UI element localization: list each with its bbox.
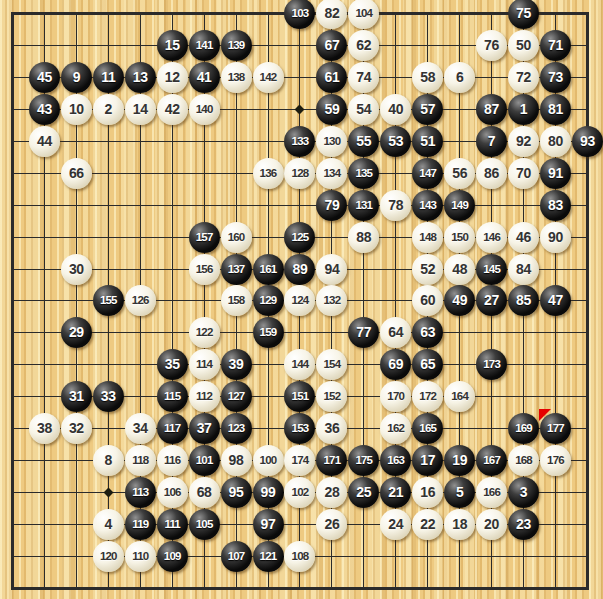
move-number: 26 — [324, 509, 339, 540]
move-number: 117 — [164, 413, 180, 444]
move-number: 94 — [324, 254, 339, 285]
stone-white-16: 16 — [412, 477, 443, 508]
stone-black-157: 157 — [189, 222, 220, 253]
stone-white-82: 82 — [316, 0, 347, 29]
move-number: 158 — [228, 285, 245, 316]
move-number: 98 — [229, 445, 244, 476]
move-number: 44 — [37, 126, 52, 157]
stone-white-46: 46 — [508, 222, 539, 253]
move-number: 47 — [548, 285, 563, 316]
stone-black-71: 71 — [540, 30, 571, 61]
stone-white-158: 158 — [221, 285, 252, 316]
move-number: 95 — [229, 477, 244, 508]
stone-black-67: 67 — [316, 30, 347, 61]
move-number: 62 — [356, 30, 371, 61]
move-number: 71 — [548, 30, 563, 61]
move-number: 63 — [420, 317, 435, 348]
move-number: 147 — [419, 158, 436, 189]
stone-black-55: 55 — [348, 126, 379, 157]
move-number: 24 — [388, 509, 403, 540]
move-number: 146 — [483, 222, 500, 253]
move-number: 76 — [484, 30, 499, 61]
stone-white-140: 140 — [189, 94, 220, 125]
move-number: 91 — [548, 158, 563, 189]
move-number: 129 — [260, 285, 277, 316]
stone-white-20: 20 — [476, 509, 507, 540]
stone-black-73: 73 — [540, 62, 571, 93]
move-number: 67 — [324, 30, 339, 61]
stone-black-53: 53 — [380, 126, 411, 157]
stone-white-168: 168 — [508, 445, 539, 476]
stone-black-1: 1 — [508, 94, 539, 125]
stone-white-94: 94 — [316, 254, 347, 285]
stone-white-4: 4 — [93, 509, 124, 540]
stone-black-137: 137 — [221, 254, 252, 285]
move-number: 151 — [292, 381, 309, 412]
move-number: 66 — [69, 158, 84, 189]
move-number: 13 — [133, 62, 148, 93]
move-number: 176 — [547, 445, 564, 476]
move-number: 74 — [356, 62, 371, 93]
stone-black-23: 23 — [508, 509, 539, 540]
move-number: 56 — [452, 158, 467, 189]
move-number: 86 — [484, 158, 499, 189]
move-number: 69 — [388, 349, 403, 380]
stone-black-135: 135 — [348, 158, 379, 189]
stone-white-148: 148 — [412, 222, 443, 253]
stone-black-19: 19 — [444, 445, 475, 476]
go-board: 1038210475151411396762765071459111312411… — [0, 0, 603, 599]
stone-black-85: 85 — [508, 285, 539, 316]
stone-black-25: 25 — [348, 477, 379, 508]
stone-white-30: 30 — [61, 254, 92, 285]
move-number: 157 — [196, 222, 213, 253]
move-number: 106 — [164, 477, 181, 508]
stone-white-58: 58 — [412, 62, 443, 93]
move-number: 17 — [420, 445, 435, 476]
stone-black-79: 79 — [316, 190, 347, 221]
stone-black-5: 5 — [444, 477, 475, 508]
move-number: 93 — [580, 126, 595, 157]
stone-white-160: 160 — [221, 222, 252, 253]
stone-white-166: 166 — [476, 477, 507, 508]
stone-white-172: 172 — [412, 381, 443, 412]
move-number: 27 — [484, 285, 499, 316]
stone-black-151: 151 — [284, 381, 315, 412]
move-number: 114 — [196, 349, 212, 380]
stone-white-26: 26 — [316, 509, 347, 540]
move-number: 87 — [484, 94, 499, 125]
move-number: 160 — [228, 222, 245, 253]
move-number: 61 — [324, 62, 339, 93]
stone-white-66: 66 — [61, 158, 92, 189]
move-number: 113 — [132, 477, 148, 508]
stone-black-113: 113 — [125, 477, 156, 508]
move-number: 77 — [356, 317, 371, 348]
move-number: 30 — [69, 254, 84, 285]
move-number: 79 — [324, 190, 339, 221]
stone-white-40: 40 — [380, 94, 411, 125]
move-number: 48 — [452, 254, 467, 285]
stone-black-139: 139 — [221, 30, 252, 61]
stone-black-163: 163 — [380, 445, 411, 476]
move-number: 166 — [483, 477, 500, 508]
move-number: 112 — [196, 381, 212, 412]
stone-white-56: 56 — [444, 158, 475, 189]
move-number: 54 — [356, 94, 371, 125]
stone-black-101: 101 — [189, 445, 220, 476]
move-number: 103 — [292, 0, 309, 29]
stone-black-149: 149 — [444, 190, 475, 221]
move-number: 58 — [420, 62, 435, 93]
stone-black-51: 51 — [412, 126, 443, 157]
stone-black-17: 17 — [412, 445, 443, 476]
stone-white-70: 70 — [508, 158, 539, 189]
stone-black-111: 111 — [157, 509, 188, 540]
stone-white-114: 114 — [189, 349, 220, 380]
move-number: 156 — [196, 254, 213, 285]
move-number: 46 — [516, 222, 531, 253]
move-number: 53 — [388, 126, 403, 157]
move-number: 154 — [323, 349, 340, 380]
move-number: 108 — [292, 541, 309, 572]
stone-black-107: 107 — [221, 541, 252, 572]
stone-black-131: 131 — [348, 190, 379, 221]
stone-white-48: 48 — [444, 254, 475, 285]
stone-white-76: 76 — [476, 30, 507, 61]
stone-black-159: 159 — [253, 317, 284, 348]
stone-black-27: 27 — [476, 285, 507, 316]
move-number: 83 — [548, 190, 563, 221]
move-number: 152 — [323, 381, 340, 412]
move-number: 97 — [261, 509, 276, 540]
move-number: 51 — [420, 126, 435, 157]
stone-black-97: 97 — [253, 509, 284, 540]
stone-white-138: 138 — [221, 62, 252, 93]
grid-line-horizontal — [11, 332, 589, 333]
stone-white-142: 142 — [253, 62, 284, 93]
move-number: 16 — [420, 477, 435, 508]
stone-white-176: 176 — [540, 445, 571, 476]
move-number: 35 — [165, 349, 180, 380]
move-number: 19 — [452, 445, 467, 476]
stone-white-122: 122 — [189, 317, 220, 348]
move-number: 145 — [483, 254, 500, 285]
move-number: 165 — [419, 413, 436, 444]
move-number: 143 — [419, 190, 436, 221]
stone-white-92: 92 — [508, 126, 539, 157]
stone-white-156: 156 — [189, 254, 220, 285]
move-number: 142 — [260, 62, 277, 93]
stone-white-134: 134 — [316, 158, 347, 189]
move-number: 11 — [101, 62, 115, 93]
stone-white-42: 42 — [157, 94, 188, 125]
move-number: 9 — [73, 62, 81, 93]
move-number: 78 — [388, 190, 403, 221]
move-number: 49 — [452, 285, 467, 316]
star-point — [295, 104, 305, 114]
stone-white-170: 170 — [380, 381, 411, 412]
move-number: 37 — [197, 413, 212, 444]
move-number: 118 — [132, 445, 148, 476]
stone-black-81: 81 — [540, 94, 571, 125]
move-number: 124 — [292, 285, 309, 316]
move-number: 130 — [323, 126, 340, 157]
stone-white-50: 50 — [508, 30, 539, 61]
stone-white-106: 106 — [157, 477, 188, 508]
move-number: 57 — [420, 94, 435, 125]
move-number: 115 — [164, 381, 180, 412]
stone-white-2: 2 — [93, 94, 124, 125]
move-number: 141 — [196, 30, 213, 61]
stone-white-100: 100 — [253, 445, 284, 476]
move-number: 164 — [451, 381, 468, 412]
move-number: 162 — [387, 413, 404, 444]
move-number: 36 — [324, 413, 339, 444]
move-number: 134 — [323, 158, 340, 189]
stone-white-110: 110 — [125, 541, 156, 572]
move-number: 40 — [388, 94, 403, 125]
move-number: 65 — [420, 349, 435, 380]
move-number: 99 — [261, 477, 276, 508]
move-number: 23 — [516, 509, 531, 540]
move-number: 3 — [520, 477, 528, 508]
move-number: 123 — [228, 413, 245, 444]
move-number: 21 — [388, 477, 403, 508]
stone-black-69: 69 — [380, 349, 411, 380]
move-number: 140 — [196, 94, 213, 125]
move-number: 29 — [69, 317, 84, 348]
stone-white-32: 32 — [61, 413, 92, 444]
stone-black-41: 41 — [189, 62, 220, 93]
stone-black-103: 103 — [284, 0, 315, 29]
stone-white-64: 64 — [380, 317, 411, 348]
stone-black-125: 125 — [284, 222, 315, 253]
stone-white-164: 164 — [444, 381, 475, 412]
stone-black-133: 133 — [284, 126, 315, 157]
stone-black-127: 127 — [221, 381, 252, 412]
move-number: 22 — [420, 509, 435, 540]
move-number: 149 — [451, 190, 468, 221]
move-number: 135 — [355, 158, 372, 189]
stone-black-89: 89 — [284, 254, 315, 285]
stone-white-102: 102 — [284, 477, 315, 508]
stone-white-88: 88 — [348, 222, 379, 253]
stone-black-153: 153 — [284, 413, 315, 444]
move-number: 136 — [260, 158, 277, 189]
stone-black-93: 93 — [572, 126, 603, 157]
stone-white-28: 28 — [316, 477, 347, 508]
move-number: 2 — [105, 94, 113, 125]
move-number: 43 — [37, 94, 52, 125]
move-number: 75 — [516, 0, 531, 29]
move-number: 127 — [228, 381, 245, 412]
move-number: 137 — [228, 254, 245, 285]
stone-black-129: 129 — [253, 285, 284, 316]
stone-white-98: 98 — [221, 445, 252, 476]
stone-white-154: 154 — [316, 349, 347, 380]
move-number: 107 — [228, 541, 245, 572]
move-number: 38 — [37, 413, 52, 444]
last-move-marker — [539, 409, 551, 421]
move-number: 6 — [456, 62, 464, 93]
move-number: 171 — [323, 445, 340, 476]
move-number: 163 — [387, 445, 404, 476]
stone-black-65: 65 — [412, 349, 443, 380]
stone-white-36: 36 — [316, 413, 347, 444]
grid-line-horizontal — [11, 587, 589, 590]
move-number: 170 — [387, 381, 404, 412]
move-number: 8 — [105, 445, 113, 476]
move-number: 126 — [132, 285, 149, 316]
stone-black-15: 15 — [157, 30, 188, 61]
stone-white-128: 128 — [284, 158, 315, 189]
move-number: 88 — [356, 222, 371, 253]
stone-white-132: 132 — [316, 285, 347, 316]
stone-white-136: 136 — [253, 158, 284, 189]
stone-white-130: 130 — [316, 126, 347, 157]
move-number: 41 — [197, 62, 212, 93]
stone-black-57: 57 — [412, 94, 443, 125]
stone-black-43: 43 — [29, 94, 60, 125]
stone-black-31: 31 — [61, 381, 92, 412]
stone-white-86: 86 — [476, 158, 507, 189]
move-number: 92 — [516, 126, 531, 157]
move-number: 28 — [324, 477, 339, 508]
stone-black-63: 63 — [412, 317, 443, 348]
move-number: 50 — [516, 30, 531, 61]
move-number: 34 — [133, 413, 148, 444]
stone-black-13: 13 — [125, 62, 156, 93]
move-number: 31 — [69, 381, 84, 412]
move-number: 60 — [420, 285, 435, 316]
stone-black-121: 121 — [253, 541, 284, 572]
move-number: 42 — [165, 94, 180, 125]
stone-white-52: 52 — [412, 254, 443, 285]
stone-black-21: 21 — [380, 477, 411, 508]
stone-white-62: 62 — [348, 30, 379, 61]
grid-line-vertical — [586, 12, 589, 590]
move-number: 59 — [324, 94, 339, 125]
stone-white-14: 14 — [125, 94, 156, 125]
move-number: 169 — [515, 413, 532, 444]
stone-black-61: 61 — [316, 62, 347, 93]
stone-black-35: 35 — [157, 349, 188, 380]
move-number: 70 — [516, 158, 531, 189]
move-number: 5 — [456, 477, 464, 508]
stone-white-118: 118 — [125, 445, 156, 476]
move-number: 172 — [419, 381, 436, 412]
move-number: 148 — [419, 222, 436, 253]
move-number: 64 — [388, 317, 403, 348]
stone-white-72: 72 — [508, 62, 539, 93]
stone-white-144: 144 — [284, 349, 315, 380]
move-number: 139 — [228, 30, 245, 61]
stone-black-39: 39 — [221, 349, 252, 380]
move-number: 122 — [196, 317, 213, 348]
move-number: 161 — [260, 254, 277, 285]
stone-white-108: 108 — [284, 541, 315, 572]
stone-black-161: 161 — [253, 254, 284, 285]
move-number: 52 — [420, 254, 435, 285]
stone-black-109: 109 — [157, 541, 188, 572]
stone-black-147: 147 — [412, 158, 443, 189]
move-number: 14 — [133, 94, 148, 125]
stone-black-11: 11 — [93, 62, 124, 93]
move-number: 39 — [229, 349, 244, 380]
stone-black-83: 83 — [540, 190, 571, 221]
stone-black-171: 171 — [316, 445, 347, 476]
move-number: 133 — [292, 126, 309, 157]
stone-black-155: 155 — [93, 285, 124, 316]
stone-black-173: 173 — [476, 349, 507, 380]
stone-white-80: 80 — [540, 126, 571, 157]
move-number: 120 — [100, 541, 117, 572]
stone-black-99: 99 — [253, 477, 284, 508]
move-number: 109 — [164, 541, 181, 572]
stone-black-9: 9 — [61, 62, 92, 93]
stone-black-49: 49 — [444, 285, 475, 316]
stone-white-112: 112 — [189, 381, 220, 412]
stone-white-104: 104 — [348, 0, 379, 29]
stone-black-141: 141 — [189, 30, 220, 61]
stone-black-29: 29 — [61, 317, 92, 348]
move-number: 33 — [101, 381, 116, 412]
stone-white-162: 162 — [380, 413, 411, 444]
move-number: 110 — [132, 541, 148, 572]
stone-white-8: 8 — [93, 445, 124, 476]
stone-white-124: 124 — [284, 285, 315, 316]
stone-black-77: 77 — [348, 317, 379, 348]
move-number: 144 — [292, 349, 309, 380]
stone-white-126: 126 — [125, 285, 156, 316]
stone-white-146: 146 — [476, 222, 507, 253]
stone-white-54: 54 — [348, 94, 379, 125]
move-number: 104 — [355, 0, 372, 29]
stone-black-143: 143 — [412, 190, 443, 221]
move-number: 128 — [292, 158, 309, 189]
move-number: 84 — [516, 254, 531, 285]
stone-black-3: 3 — [508, 477, 539, 508]
star-point — [103, 488, 113, 498]
stone-black-123: 123 — [221, 413, 252, 444]
move-number: 80 — [548, 126, 563, 157]
stone-white-150: 150 — [444, 222, 475, 253]
move-number: 159 — [260, 317, 277, 348]
stone-black-117: 117 — [157, 413, 188, 444]
stone-black-115: 115 — [157, 381, 188, 412]
move-number: 131 — [355, 190, 372, 221]
move-number: 105 — [196, 509, 213, 540]
move-number: 125 — [292, 222, 309, 253]
stone-white-38: 38 — [29, 413, 60, 444]
move-number: 168 — [515, 445, 532, 476]
move-number: 121 — [260, 541, 277, 572]
stone-black-105: 105 — [189, 509, 220, 540]
move-number: 167 — [483, 445, 500, 476]
move-number: 150 — [451, 222, 468, 253]
move-number: 174 — [292, 445, 309, 476]
stone-white-18: 18 — [444, 509, 475, 540]
stone-black-169: 169 — [508, 413, 539, 444]
stone-white-116: 116 — [157, 445, 188, 476]
stone-white-34: 34 — [125, 413, 156, 444]
move-number: 85 — [516, 285, 531, 316]
stone-white-152: 152 — [316, 381, 347, 412]
stone-white-10: 10 — [61, 94, 92, 125]
stone-white-120: 120 — [93, 541, 124, 572]
move-number: 12 — [165, 62, 180, 93]
